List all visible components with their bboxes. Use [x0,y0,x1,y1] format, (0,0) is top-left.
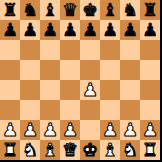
white-pawn: ♟ [142,120,158,140]
square-h1[interactable]: ♜ [140,140,160,160]
square-a3[interactable] [0,100,20,120]
black-pawn: ♟ [142,20,158,40]
square-a7[interactable]: ♟ [0,20,20,40]
white-bishop: ♝ [102,140,118,160]
white-rook: ♜ [2,140,18,160]
square-c8[interactable]: ♝ [40,0,60,20]
square-a6[interactable] [0,40,20,60]
white-pawn: ♟ [122,120,138,140]
square-g3[interactable] [120,100,140,120]
square-e7[interactable]: ♟ [80,20,100,40]
square-b5[interactable] [20,60,40,80]
square-f6[interactable] [100,40,120,60]
square-a2[interactable]: ♟ [0,120,20,140]
square-d6[interactable] [60,40,80,60]
square-d3[interactable] [60,100,80,120]
square-f1[interactable]: ♝ [100,140,120,160]
square-a5[interactable] [0,60,20,80]
square-c3[interactable] [40,100,60,120]
square-d4[interactable] [60,80,80,100]
black-rook: ♜ [2,0,18,20]
square-c6[interactable] [40,40,60,60]
square-b2[interactable]: ♟ [20,120,40,140]
square-e6[interactable] [80,40,100,60]
square-c4[interactable] [40,80,60,100]
square-g5[interactable] [120,60,140,80]
square-g2[interactable]: ♟ [120,120,140,140]
square-b8[interactable]: ♞ [20,0,40,20]
white-rook: ♜ [142,140,158,160]
square-f3[interactable] [100,100,120,120]
white-pawn: ♟ [22,120,38,140]
square-h8[interactable]: ♜ [140,0,160,20]
black-queen: ♛ [62,0,78,20]
square-f5[interactable] [100,60,120,80]
square-h3[interactable] [140,100,160,120]
square-f4[interactable] [100,80,120,100]
square-c5[interactable] [40,60,60,80]
square-c7[interactable]: ♟ [40,20,60,40]
white-pawn: ♟ [42,120,58,140]
black-pawn: ♟ [102,20,118,40]
white-pawn: ♟ [62,120,78,140]
square-g1[interactable]: ♞ [120,140,140,160]
square-c2[interactable]: ♟ [40,120,60,140]
white-king: ♚ [82,140,98,160]
square-e5[interactable] [80,60,100,80]
square-h4[interactable] [140,80,160,100]
black-rook: ♜ [142,0,158,20]
square-d8[interactable]: ♛ [60,0,80,20]
square-d2[interactable]: ♟ [60,120,80,140]
square-e1[interactable]: ♚ [80,140,100,160]
square-c1[interactable]: ♝ [40,140,60,160]
square-b1[interactable]: ♞ [20,140,40,160]
square-h7[interactable]: ♟ [140,20,160,40]
white-knight: ♞ [122,140,138,160]
black-bishop: ♝ [102,0,118,20]
black-pawn: ♟ [122,20,138,40]
square-a1[interactable]: ♜ [0,140,20,160]
square-g4[interactable] [120,80,140,100]
square-e8[interactable]: ♚ [80,0,100,20]
square-e2[interactable] [80,120,100,140]
square-g7[interactable]: ♟ [120,20,140,40]
white-pawn: ♟ [82,80,98,100]
black-knight: ♞ [22,0,38,20]
white-queen: ♛ [62,140,78,160]
white-bishop: ♝ [42,140,58,160]
white-pawn: ♟ [102,120,118,140]
square-f2[interactable]: ♟ [100,120,120,140]
black-bishop: ♝ [42,0,58,20]
square-f8[interactable]: ♝ [100,0,120,20]
chess-board: ♜♞♝♛♚♝♞♜♟♟♟♟♟♟♟♟♟♟♟♟♟♟♟♟♜♞♝♛♚♝♞♜ [0,0,162,162]
black-knight: ♞ [122,0,138,20]
square-b7[interactable]: ♟ [20,20,40,40]
black-pawn: ♟ [62,20,78,40]
black-king: ♚ [82,0,98,20]
square-e3[interactable] [80,100,100,120]
square-b3[interactable] [20,100,40,120]
square-b4[interactable] [20,80,40,100]
square-a4[interactable] [0,80,20,100]
square-g8[interactable]: ♞ [120,0,140,20]
square-e4[interactable]: ♟ [80,80,100,100]
black-pawn: ♟ [42,20,58,40]
square-g6[interactable] [120,40,140,60]
square-h5[interactable] [140,60,160,80]
black-pawn: ♟ [82,20,98,40]
black-pawn: ♟ [22,20,38,40]
square-h2[interactable]: ♟ [140,120,160,140]
white-knight: ♞ [22,140,38,160]
square-d5[interactable] [60,60,80,80]
square-d1[interactable]: ♛ [60,140,80,160]
white-pawn: ♟ [2,120,18,140]
square-d7[interactable]: ♟ [60,20,80,40]
square-h6[interactable] [140,40,160,60]
black-pawn: ♟ [2,20,18,40]
square-f7[interactable]: ♟ [100,20,120,40]
square-b6[interactable] [20,40,40,60]
square-a8[interactable]: ♜ [0,0,20,20]
